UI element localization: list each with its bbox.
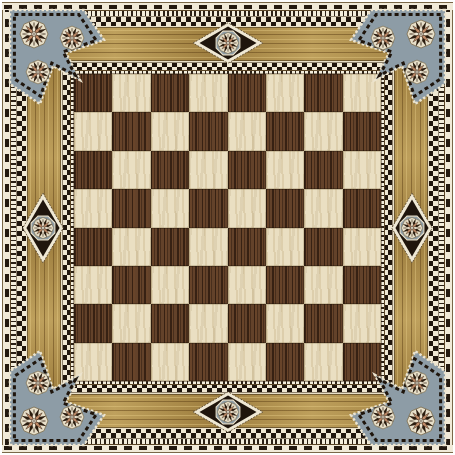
square-h5[interactable]	[343, 189, 381, 227]
corner-ornament-top-left	[8, 8, 110, 110]
square-e1[interactable]	[228, 343, 266, 381]
square-b3[interactable]	[112, 266, 150, 304]
square-f6[interactable]	[266, 151, 304, 189]
square-c8[interactable]	[151, 74, 189, 112]
square-c1[interactable]	[151, 343, 189, 381]
square-a4[interactable]	[74, 228, 112, 266]
square-d1[interactable]	[189, 343, 227, 381]
square-d6[interactable]	[189, 151, 227, 189]
square-d5[interactable]	[189, 189, 227, 227]
square-e8[interactable]	[228, 74, 266, 112]
chessboard	[0, 0, 455, 455]
square-e3[interactable]	[228, 266, 266, 304]
square-h4[interactable]	[343, 228, 381, 266]
square-c4[interactable]	[151, 228, 189, 266]
corner-ornament-bottom-right	[345, 345, 447, 447]
edge-medallion-bottom	[190, 389, 266, 435]
square-b8[interactable]	[112, 74, 150, 112]
edge-medallion-right	[389, 190, 435, 266]
square-c2[interactable]	[151, 304, 189, 342]
square-c3[interactable]	[151, 266, 189, 304]
square-b4[interactable]	[112, 228, 150, 266]
square-g5[interactable]	[304, 189, 342, 227]
square-a7[interactable]	[74, 112, 112, 150]
square-g6[interactable]	[304, 151, 342, 189]
corner-ornament-top-right	[345, 8, 447, 110]
square-f5[interactable]	[266, 189, 304, 227]
square-a5[interactable]	[74, 189, 112, 227]
square-c7[interactable]	[151, 112, 189, 150]
chess-board	[74, 74, 381, 381]
square-g3[interactable]	[304, 266, 342, 304]
square-b7[interactable]	[112, 112, 150, 150]
square-d7[interactable]	[189, 112, 227, 150]
square-b1[interactable]	[112, 343, 150, 381]
square-f1[interactable]	[266, 343, 304, 381]
square-b5[interactable]	[112, 189, 150, 227]
square-e6[interactable]	[228, 151, 266, 189]
square-c5[interactable]	[151, 189, 189, 227]
corner-ornament-bottom-left	[8, 345, 110, 447]
square-f2[interactable]	[266, 304, 304, 342]
square-h3[interactable]	[343, 266, 381, 304]
square-f7[interactable]	[266, 112, 304, 150]
square-f8[interactable]	[266, 74, 304, 112]
square-d2[interactable]	[189, 304, 227, 342]
square-a2[interactable]	[74, 304, 112, 342]
edge-medallion-left	[20, 190, 66, 266]
square-b2[interactable]	[112, 304, 150, 342]
square-g4[interactable]	[304, 228, 342, 266]
square-g1[interactable]	[304, 343, 342, 381]
square-h2[interactable]	[343, 304, 381, 342]
edge-medallion-top	[190, 20, 266, 66]
square-g7[interactable]	[304, 112, 342, 150]
square-g2[interactable]	[304, 304, 342, 342]
square-e5[interactable]	[228, 189, 266, 227]
square-d3[interactable]	[189, 266, 227, 304]
square-d4[interactable]	[189, 228, 227, 266]
square-h6[interactable]	[343, 151, 381, 189]
square-b6[interactable]	[112, 151, 150, 189]
square-e4[interactable]	[228, 228, 266, 266]
square-e2[interactable]	[228, 304, 266, 342]
square-g8[interactable]	[304, 74, 342, 112]
square-h7[interactable]	[343, 112, 381, 150]
square-a3[interactable]	[74, 266, 112, 304]
square-d8[interactable]	[189, 74, 227, 112]
square-f3[interactable]	[266, 266, 304, 304]
square-c6[interactable]	[151, 151, 189, 189]
square-e7[interactable]	[228, 112, 266, 150]
square-a6[interactable]	[74, 151, 112, 189]
square-f4[interactable]	[266, 228, 304, 266]
